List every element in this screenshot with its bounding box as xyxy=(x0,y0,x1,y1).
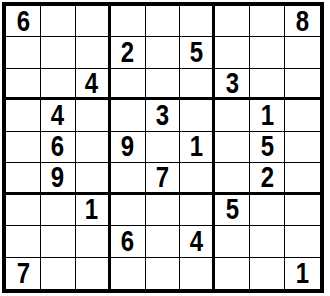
cell-r5c7[interactable] xyxy=(215,132,250,163)
cell-r4c2[interactable]: 4 xyxy=(41,100,76,131)
cell-r8c4[interactable]: 6 xyxy=(111,226,146,257)
cell-r5c9[interactable] xyxy=(285,132,320,163)
cell-r9c1[interactable]: 7 xyxy=(6,258,41,289)
cell-r5c5[interactable] xyxy=(146,132,181,163)
cell-r6c9[interactable] xyxy=(285,163,320,194)
given-digit: 5 xyxy=(260,132,273,162)
cell-r3c6[interactable] xyxy=(180,69,215,100)
page-background: 6825434316915972156471 xyxy=(0,0,330,296)
cell-r7c5[interactable] xyxy=(146,195,181,226)
cell-r6c7[interactable] xyxy=(215,163,250,194)
given-digit: 7 xyxy=(16,258,29,288)
cell-r9c2[interactable] xyxy=(41,258,76,289)
cell-r3c1[interactable] xyxy=(6,69,41,100)
cell-r3c3[interactable]: 4 xyxy=(76,69,111,100)
cell-r2c2[interactable] xyxy=(41,37,76,68)
given-digit: 6 xyxy=(121,226,134,256)
cell-r8c1[interactable] xyxy=(6,226,41,257)
cell-r4c4[interactable] xyxy=(111,100,146,131)
cell-r8c3[interactable] xyxy=(76,226,111,257)
cell-r3c9[interactable] xyxy=(285,69,320,100)
given-digit: 2 xyxy=(121,37,134,67)
given-digit: 7 xyxy=(156,163,169,192)
cell-r3c4[interactable] xyxy=(111,69,146,100)
cell-r8c7[interactable] xyxy=(215,226,250,257)
cell-r7c4[interactable] xyxy=(111,195,146,226)
cell-r2c7[interactable] xyxy=(215,37,250,68)
cell-r5c6[interactable]: 1 xyxy=(180,132,215,163)
given-digit: 6 xyxy=(51,132,64,162)
cell-r2c4[interactable]: 2 xyxy=(111,37,146,68)
cell-r7c9[interactable] xyxy=(285,195,320,226)
given-digit: 9 xyxy=(51,163,64,192)
cell-r6c2[interactable]: 9 xyxy=(41,163,76,194)
cell-r5c4[interactable]: 9 xyxy=(111,132,146,163)
cell-r5c1[interactable] xyxy=(6,132,41,163)
given-digit: 1 xyxy=(296,258,309,288)
cell-r1c3[interactable] xyxy=(76,6,111,37)
given-digit: 4 xyxy=(51,100,64,130)
cell-r7c3[interactable]: 1 xyxy=(76,195,111,226)
cell-r6c6[interactable] xyxy=(180,163,215,194)
cell-r2c9[interactable] xyxy=(285,37,320,68)
cell-r1c4[interactable] xyxy=(111,6,146,37)
cell-r1c1[interactable]: 6 xyxy=(6,6,41,37)
given-digit: 6 xyxy=(16,6,29,36)
cell-r4c8[interactable]: 1 xyxy=(250,100,285,131)
given-digit: 2 xyxy=(260,163,273,192)
cell-r7c6[interactable] xyxy=(180,195,215,226)
given-digit: 5 xyxy=(226,195,239,225)
cell-r6c4[interactable] xyxy=(111,163,146,194)
cell-r3c5[interactable] xyxy=(146,69,181,100)
cell-r6c1[interactable] xyxy=(6,163,41,194)
cell-r7c8[interactable] xyxy=(250,195,285,226)
cell-r3c2[interactable] xyxy=(41,69,76,100)
cell-r5c3[interactable] xyxy=(76,132,111,163)
cell-r9c3[interactable] xyxy=(76,258,111,289)
given-digit: 4 xyxy=(85,69,98,98)
cell-r8c2[interactable] xyxy=(41,226,76,257)
cell-r3c7[interactable]: 3 xyxy=(215,69,250,100)
cell-r8c8[interactable] xyxy=(250,226,285,257)
cell-r9c8[interactable] xyxy=(250,258,285,289)
cell-r2c5[interactable] xyxy=(146,37,181,68)
cell-r6c8[interactable]: 2 xyxy=(250,163,285,194)
cell-r7c2[interactable] xyxy=(41,195,76,226)
given-digit: 9 xyxy=(121,132,134,162)
given-digit: 8 xyxy=(296,6,309,36)
cell-r9c9[interactable]: 1 xyxy=(285,258,320,289)
given-digit: 1 xyxy=(190,132,203,162)
cell-r1c2[interactable] xyxy=(41,6,76,37)
cell-r9c7[interactable] xyxy=(215,258,250,289)
cell-r2c1[interactable] xyxy=(6,37,41,68)
cell-r4c5[interactable]: 3 xyxy=(146,100,181,131)
cell-r4c6[interactable] xyxy=(180,100,215,131)
cell-r1c6[interactable] xyxy=(180,6,215,37)
cell-r4c1[interactable] xyxy=(6,100,41,131)
cell-r6c3[interactable] xyxy=(76,163,111,194)
cell-r2c8[interactable] xyxy=(250,37,285,68)
cell-r8c5[interactable] xyxy=(146,226,181,257)
cell-r9c5[interactable] xyxy=(146,258,181,289)
given-digit: 1 xyxy=(260,100,273,130)
cell-r1c9[interactable]: 8 xyxy=(285,6,320,37)
sudoku-board: 6825434316915972156471 xyxy=(2,2,324,293)
cell-r4c9[interactable] xyxy=(285,100,320,131)
cell-r6c5[interactable]: 7 xyxy=(146,163,181,194)
cell-r1c8[interactable] xyxy=(250,6,285,37)
cell-r1c5[interactable] xyxy=(146,6,181,37)
cell-r5c2[interactable]: 6 xyxy=(41,132,76,163)
cell-r2c6[interactable]: 5 xyxy=(180,37,215,68)
cell-r8c6[interactable]: 4 xyxy=(180,226,215,257)
cell-r4c3[interactable] xyxy=(76,100,111,131)
cell-r7c1[interactable] xyxy=(6,195,41,226)
cell-r4c7[interactable] xyxy=(215,100,250,131)
given-digit: 1 xyxy=(85,195,98,225)
cell-r1c7[interactable] xyxy=(215,6,250,37)
given-digit: 4 xyxy=(190,226,203,256)
cell-r9c4[interactable] xyxy=(111,258,146,289)
given-digit: 3 xyxy=(226,69,239,98)
given-digit: 3 xyxy=(156,100,169,130)
cell-r3c8[interactable] xyxy=(250,69,285,100)
given-digit: 5 xyxy=(190,37,203,67)
cell-r8c9[interactable] xyxy=(285,226,320,257)
cell-r7c7[interactable]: 5 xyxy=(215,195,250,226)
cell-r2c3[interactable] xyxy=(76,37,111,68)
cell-r5c8[interactable]: 5 xyxy=(250,132,285,163)
cell-r9c6[interactable] xyxy=(180,258,215,289)
